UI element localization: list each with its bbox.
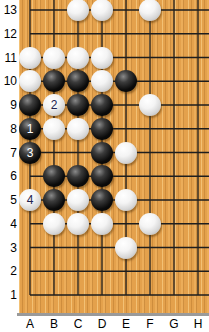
stone-black-A7[interactable]: 3 <box>19 142 41 164</box>
row-label-7: 7 <box>0 147 17 159</box>
stone-white-F13[interactable] <box>139 0 161 21</box>
stone-white-C13[interactable] <box>67 0 89 21</box>
stone-white-A5[interactable]: 4 <box>19 189 41 211</box>
move-number-label: 2 <box>51 99 58 111</box>
grid-lines <box>19 0 209 313</box>
stone-white-F9[interactable] <box>139 94 161 116</box>
row-label-2: 2 <box>0 265 17 277</box>
stone-white-B11[interactable] <box>43 47 65 69</box>
move-number-label: 1 <box>27 123 34 135</box>
stone-black-A8[interactable]: 1 <box>19 118 41 140</box>
row-label-13: 13 <box>0 4 17 16</box>
stone-white-C5[interactable] <box>67 189 89 211</box>
stone-white-B9[interactable]: 2 <box>43 94 65 116</box>
stone-white-E3[interactable] <box>115 237 137 259</box>
row-label-4: 4 <box>0 218 17 230</box>
stone-white-D4[interactable] <box>91 213 113 235</box>
stone-black-D9[interactable] <box>91 94 113 116</box>
stone-white-C8[interactable] <box>67 118 89 140</box>
column-label-D: D <box>92 318 112 331</box>
column-label-E: E <box>116 318 136 331</box>
move-number-label: 3 <box>27 147 34 159</box>
row-labels: 13121110987654321 <box>0 0 19 313</box>
column-labels: ABCDEFGH <box>0 316 209 332</box>
column-label-B: B <box>44 318 64 331</box>
row-label-8: 8 <box>0 123 17 135</box>
column-label-H: H <box>188 318 208 331</box>
row-label-3: 3 <box>0 242 17 254</box>
row-label-6: 6 <box>0 170 17 182</box>
stone-white-A11[interactable] <box>19 47 41 69</box>
row-label-10: 10 <box>0 75 17 87</box>
stone-white-B8[interactable] <box>43 118 65 140</box>
stone-black-D5[interactable] <box>91 189 113 211</box>
column-label-C: C <box>68 318 88 331</box>
stone-white-B4[interactable] <box>43 213 65 235</box>
move-number-label: 4 <box>27 194 34 206</box>
stone-black-C9[interactable] <box>67 94 89 116</box>
stone-white-E5[interactable] <box>115 189 137 211</box>
stone-black-A9[interactable] <box>19 94 41 116</box>
stone-white-C4[interactable] <box>67 213 89 235</box>
row-label-12: 12 <box>0 28 17 40</box>
stone-white-D13[interactable] <box>91 0 113 21</box>
stone-white-C11[interactable] <box>67 47 89 69</box>
stone-black-D7[interactable] <box>91 142 113 164</box>
row-label-9: 9 <box>0 99 17 111</box>
row-label-5: 5 <box>0 194 17 206</box>
column-label-A: A <box>20 318 40 331</box>
row-label-11: 11 <box>0 52 17 64</box>
column-label-F: F <box>140 318 160 331</box>
column-label-G: G <box>164 318 184 331</box>
stone-black-D8[interactable] <box>91 118 113 140</box>
stone-white-E7[interactable] <box>115 142 137 164</box>
stone-white-F4[interactable] <box>139 213 161 235</box>
stone-black-B5[interactable] <box>43 189 65 211</box>
row-label-1: 1 <box>0 289 17 301</box>
stone-white-D11[interactable] <box>91 47 113 69</box>
goban[interactable]: 1324 <box>19 0 209 313</box>
go-board-screen: 13121110987654321 1324 ABCDEFGH <box>0 0 209 332</box>
